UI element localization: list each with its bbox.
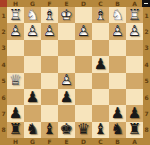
square-d4[interactable] [75, 56, 92, 72]
piece-glyph: ♟ [126, 105, 143, 121]
rank-label-5: 5 [0, 73, 7, 89]
piece-outline-glyph: ♘ [24, 7, 41, 23]
white-king-e1[interactable]: ♚♔ [58, 7, 75, 23]
square-g3[interactable] [24, 40, 41, 56]
white-pawn-g2[interactable]: ♟♙ [24, 23, 41, 39]
white-bishop-c1[interactable]: ♝♗ [92, 7, 109, 23]
square-e4[interactable] [58, 56, 75, 72]
piece-glyph: ♝ [92, 122, 109, 138]
square-h5[interactable]: ♛♕ [7, 73, 24, 89]
square-h4[interactable] [7, 56, 24, 72]
square-f5[interactable] [41, 73, 58, 89]
square-c6[interactable] [92, 89, 109, 105]
square-g5[interactable] [24, 73, 41, 89]
file-label-g: G [24, 138, 41, 145]
square-g7[interactable] [24, 105, 41, 121]
file-label-f: F [41, 138, 58, 145]
rank-label-1: 1 [143, 7, 150, 23]
rank-label-7: 7 [143, 105, 150, 121]
chess-board: ♜♖♞♘♝♗♚♔♝♗♞♘♜♖♟♙♟♙♟♙♟♙♟♙♟♙♟♛♕♟♙♟♟♟♟♟♜♞♝♚… [7, 7, 143, 138]
file-label-d: D [75, 0, 92, 7]
square-g1[interactable]: ♞♘ [24, 7, 41, 23]
square-f2[interactable]: ♟♙ [41, 23, 58, 39]
piece-outline-glyph: ♙ [7, 23, 24, 39]
square-c5[interactable] [92, 73, 109, 89]
square-d3[interactable] [75, 40, 92, 56]
white-pawn-a2[interactable]: ♟♙ [126, 23, 143, 39]
square-a5[interactable] [126, 73, 143, 89]
white-pawn-e5[interactable]: ♟♙ [58, 73, 75, 89]
square-g8[interactable]: ♞ [24, 122, 41, 138]
rank-label-4: 4 [0, 56, 7, 72]
square-g6[interactable]: ♟ [24, 89, 41, 105]
file-label-a: A [126, 138, 143, 145]
file-label-b: B [109, 138, 126, 145]
square-f1[interactable]: ♝♗ [41, 7, 58, 23]
file-label-h: H [7, 138, 24, 145]
square-b7[interactable]: ♟ [109, 105, 126, 121]
piece-outline-glyph: ♗ [92, 7, 109, 23]
white-rook-h1[interactable]: ♜♖ [7, 7, 24, 23]
square-g4[interactable] [24, 56, 41, 72]
square-a2[interactable]: ♟♙ [126, 23, 143, 39]
piece-outline-glyph: ♖ [7, 7, 24, 23]
black-rook-a8[interactable]: ♜ [126, 122, 143, 138]
square-c8[interactable]: ♝ [92, 122, 109, 138]
square-c2[interactable] [92, 23, 109, 39]
black-pawn-h7[interactable]: ♟ [7, 105, 24, 121]
piece-glyph: ♝ [41, 122, 58, 138]
square-b8[interactable]: ♞ [109, 122, 126, 138]
square-d2[interactable]: ♟♙ [75, 23, 92, 39]
black-bishop-c8[interactable]: ♝ [92, 122, 109, 138]
square-f7[interactable] [41, 105, 58, 121]
rank-label-6: 6 [143, 89, 150, 105]
black-rook-h8[interactable]: ♜ [7, 122, 24, 138]
black-pawn-a7[interactable]: ♟ [126, 105, 143, 121]
square-d1[interactable] [75, 7, 92, 23]
piece-outline-glyph: ♙ [41, 23, 58, 39]
piece-outline-glyph: ♙ [109, 23, 126, 39]
square-e5[interactable]: ♟♙ [58, 73, 75, 89]
square-f4[interactable] [41, 56, 58, 72]
square-a4[interactable] [126, 56, 143, 72]
file-label-d: D [75, 138, 92, 145]
chess-board-window: HGFEDCBA HGFEDCBA 12345678 12345678 ♜♖♞♘… [0, 0, 150, 145]
piece-outline-glyph: ♙ [75, 23, 92, 39]
square-b4[interactable] [109, 56, 126, 72]
rank-label-3: 3 [0, 40, 7, 56]
red-corner-marker-icon [0, 0, 7, 7]
piece-outline-glyph: ♙ [126, 23, 143, 39]
white-pawn-h2[interactable]: ♟♙ [7, 23, 24, 39]
piece-outline-glyph: ♙ [58, 73, 75, 89]
file-label-c: C [92, 138, 109, 145]
rank-label-1: 1 [0, 7, 7, 23]
rank-labels-right: 12345678 [143, 7, 150, 138]
black-pawn-g6[interactable]: ♟ [24, 89, 41, 105]
black-queen-d8[interactable]: ♛ [75, 122, 92, 138]
square-e7[interactable] [58, 105, 75, 121]
white-pawn-d2[interactable]: ♟♙ [75, 23, 92, 39]
square-a7[interactable]: ♟ [126, 105, 143, 121]
piece-outline-glyph: ♔ [58, 7, 75, 23]
piece-outline-glyph: ♙ [24, 23, 41, 39]
square-e2[interactable] [58, 23, 75, 39]
square-b6[interactable] [109, 89, 126, 105]
rank-label-2: 2 [0, 23, 7, 39]
square-b2[interactable]: ♟♙ [109, 23, 126, 39]
square-d6[interactable] [75, 89, 92, 105]
square-h2[interactable]: ♟♙ [7, 23, 24, 39]
rank-label-4: 4 [143, 56, 150, 72]
white-pawn-f2[interactable]: ♟♙ [41, 23, 58, 39]
square-b5[interactable] [109, 73, 126, 89]
black-pawn-e6[interactable]: ♟ [58, 89, 75, 105]
black-knight-g8[interactable]: ♞ [24, 122, 41, 138]
white-knight-b1[interactable]: ♞♘ [109, 7, 126, 23]
square-a8[interactable]: ♜ [126, 122, 143, 138]
piece-outline-glyph: ♗ [41, 7, 58, 23]
square-e8[interactable]: ♚ [58, 122, 75, 138]
black-king-e8[interactable]: ♚ [58, 122, 75, 138]
piece-glyph: ♛ [75, 122, 92, 138]
piece-glyph: ♟ [24, 89, 41, 105]
black-knight-b8[interactable]: ♞ [109, 122, 126, 138]
square-h3[interactable] [7, 40, 24, 56]
white-bishop-f1[interactable]: ♝♗ [41, 7, 58, 23]
square-d5[interactable] [75, 73, 92, 89]
black-bishop-f8[interactable]: ♝ [41, 122, 58, 138]
square-d7[interactable] [75, 105, 92, 121]
white-rook-a1[interactable]: ♜♖ [126, 7, 143, 23]
white-pawn-b2[interactable]: ♟♙ [109, 23, 126, 39]
square-h8[interactable]: ♜ [7, 122, 24, 138]
piece-outline-glyph: ♘ [109, 7, 126, 23]
square-f8[interactable]: ♝ [41, 122, 58, 138]
piece-outline-glyph: ♕ [7, 73, 24, 89]
black-pawn-b7[interactable]: ♟ [109, 105, 126, 121]
square-f3[interactable] [41, 40, 58, 56]
rank-label-5: 5 [143, 73, 150, 89]
square-e6[interactable]: ♟ [58, 89, 75, 105]
rank-label-8: 8 [0, 122, 7, 138]
black-corner-marker-icon [142, 0, 150, 7]
file-label-e: E [58, 138, 75, 145]
square-c4[interactable]: ♟ [92, 56, 109, 72]
square-g2[interactable]: ♟♙ [24, 23, 41, 39]
square-h1[interactable]: ♜♖ [7, 7, 24, 23]
square-a3[interactable] [126, 40, 143, 56]
black-pawn-c4[interactable]: ♟ [92, 56, 109, 72]
file-labels-bottom: HGFEDCBA [7, 138, 143, 145]
piece-glyph: ♜ [7, 122, 24, 138]
square-b3[interactable] [109, 40, 126, 56]
square-a6[interactable] [126, 89, 143, 105]
white-queen-h5[interactable]: ♛♕ [7, 73, 24, 89]
piece-outline-glyph: ♖ [126, 7, 143, 23]
rank-labels-left: 12345678 [0, 7, 7, 138]
rank-label-7: 7 [0, 105, 7, 121]
square-c3[interactable] [92, 40, 109, 56]
square-h6[interactable] [7, 89, 24, 105]
square-b1[interactable]: ♞♘ [109, 7, 126, 23]
piece-glyph: ♟ [58, 89, 75, 105]
piece-glyph: ♟ [109, 105, 126, 121]
square-e1[interactable]: ♚♔ [58, 7, 75, 23]
square-e3[interactable] [58, 40, 75, 56]
square-a1[interactable]: ♜♖ [126, 7, 143, 23]
rank-label-2: 2 [143, 23, 150, 39]
piece-glyph: ♚ [58, 122, 75, 138]
piece-glyph: ♜ [126, 122, 143, 138]
dash-icon [144, 3, 148, 4]
piece-glyph: ♞ [109, 122, 126, 138]
piece-glyph: ♞ [24, 122, 41, 138]
piece-glyph: ♟ [92, 56, 109, 72]
square-c1[interactable]: ♝♗ [92, 7, 109, 23]
rank-label-3: 3 [143, 40, 150, 56]
square-h7[interactable]: ♟ [7, 105, 24, 121]
square-c7[interactable] [92, 105, 109, 121]
white-knight-g1[interactable]: ♞♘ [24, 7, 41, 23]
square-d8[interactable]: ♛ [75, 122, 92, 138]
rank-label-6: 6 [0, 89, 7, 105]
piece-glyph: ♟ [7, 105, 24, 121]
rank-label-8: 8 [143, 122, 150, 138]
square-f6[interactable] [41, 89, 58, 105]
